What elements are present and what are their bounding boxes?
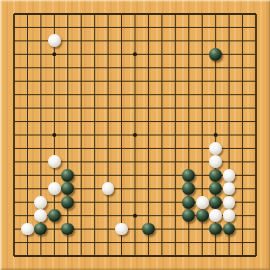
intersection-c2-r15[interactable]: [21, 195, 34, 208]
intersection-c7-r17[interactable]: [88, 222, 101, 235]
intersection-c18-r8[interactable]: [236, 101, 249, 114]
intersection-c7-r14[interactable]: [88, 182, 101, 195]
intersection-c8-r1[interactable]: [101, 7, 114, 20]
intersection-c2-r13[interactable]: [21, 169, 34, 182]
intersection-c14-r8[interactable]: [182, 101, 195, 114]
intersection-c9-r1[interactable]: [115, 7, 128, 20]
intersection-c7-r19[interactable]: [88, 249, 101, 262]
intersection-c7-r3[interactable]: [88, 34, 101, 47]
intersection-c10-r18[interactable]: [128, 236, 141, 249]
intersection-c17-r1[interactable]: [222, 7, 235, 20]
intersection-c14-r5[interactable]: [182, 61, 195, 74]
intersection-c18-r3[interactable]: [236, 34, 249, 47]
intersection-c13-r12[interactable]: [169, 155, 182, 168]
intersection-c15-r19[interactable]: [195, 249, 208, 262]
intersection-c17-r17[interactable]: [222, 222, 235, 235]
intersection-c4-r12[interactable]: [48, 155, 61, 168]
intersection-c6-r3[interactable]: [74, 34, 87, 47]
intersection-c14-r16[interactable]: [182, 209, 195, 222]
intersection-c3-r5[interactable]: [34, 61, 47, 74]
intersection-c15-r12[interactable]: [195, 155, 208, 168]
intersection-c19-r19[interactable]: [249, 249, 262, 262]
intersection-c10-r5[interactable]: [128, 61, 141, 74]
intersection-c5-r13[interactable]: [61, 169, 74, 182]
intersection-c1-r18[interactable]: [7, 236, 20, 249]
intersection-c3-r8[interactable]: [34, 101, 47, 114]
intersection-c18-r16[interactable]: [236, 209, 249, 222]
intersection-c4-r14[interactable]: [48, 182, 61, 195]
intersection-c15-r18[interactable]: [195, 236, 208, 249]
intersection-c8-r12[interactable]: [101, 155, 114, 168]
intersection-c16-r13[interactable]: [209, 169, 222, 182]
intersection-c6-r4[interactable]: [74, 48, 87, 61]
intersection-c10-r2[interactable]: [128, 21, 141, 34]
intersection-c10-r16[interactable]: [128, 209, 141, 222]
intersection-c18-r17[interactable]: [236, 222, 249, 235]
intersection-c5-r5[interactable]: [61, 61, 74, 74]
intersection-c16-r6[interactable]: [209, 74, 222, 87]
intersection-c2-r19[interactable]: [21, 249, 34, 262]
intersection-c4-r8[interactable]: [48, 101, 61, 114]
intersection-c4-r1[interactable]: [48, 7, 61, 20]
intersection-c16-r16[interactable]: [209, 209, 222, 222]
intersection-c4-r2[interactable]: [48, 21, 61, 34]
intersection-c6-r10[interactable]: [74, 128, 87, 141]
intersection-c12-r5[interactable]: [155, 61, 168, 74]
intersection-c19-r13[interactable]: [249, 169, 262, 182]
intersection-c4-r11[interactable]: [48, 142, 61, 155]
intersection-c18-r15[interactable]: [236, 195, 249, 208]
intersection-c3-r7[interactable]: [34, 88, 47, 101]
intersection-c5-r11[interactable]: [61, 142, 74, 155]
intersection-c9-r4[interactable]: [115, 48, 128, 61]
intersection-c16-r10[interactable]: [209, 128, 222, 141]
intersection-c1-r10[interactable]: [7, 128, 20, 141]
intersection-c19-r8[interactable]: [249, 101, 262, 114]
intersection-c9-r5[interactable]: [115, 61, 128, 74]
intersection-c17-r13[interactable]: [222, 169, 235, 182]
intersection-c13-r1[interactable]: [169, 7, 182, 20]
intersection-c2-r11[interactable]: [21, 142, 34, 155]
intersection-c8-r6[interactable]: [101, 74, 114, 87]
intersection-c9-r2[interactable]: [115, 21, 128, 34]
intersection-c8-r11[interactable]: [101, 142, 114, 155]
intersection-c16-r18[interactable]: [209, 236, 222, 249]
intersection-c6-r15[interactable]: [74, 195, 87, 208]
intersection-c8-r5[interactable]: [101, 61, 114, 74]
intersection-c11-r9[interactable]: [142, 115, 155, 128]
intersection-c9-r8[interactable]: [115, 101, 128, 114]
intersection-c1-r2[interactable]: [7, 21, 20, 34]
intersection-c2-r9[interactable]: [21, 115, 34, 128]
intersection-c15-r17[interactable]: [195, 222, 208, 235]
intersection-c8-r10[interactable]: [101, 128, 114, 141]
intersection-c10-r12[interactable]: [128, 155, 141, 168]
intersection-c9-r16[interactable]: [115, 209, 128, 222]
intersection-c13-r18[interactable]: [169, 236, 182, 249]
intersection-c12-r3[interactable]: [155, 34, 168, 47]
intersection-c11-r7[interactable]: [142, 88, 155, 101]
intersection-c14-r12[interactable]: [182, 155, 195, 168]
intersection-c19-r15[interactable]: [249, 195, 262, 208]
intersection-c5-r4[interactable]: [61, 48, 74, 61]
intersection-c13-r8[interactable]: [169, 101, 182, 114]
intersection-c17-r8[interactable]: [222, 101, 235, 114]
intersection-c6-r6[interactable]: [74, 74, 87, 87]
intersection-c4-r13[interactable]: [48, 169, 61, 182]
intersection-c11-r18[interactable]: [142, 236, 155, 249]
intersection-c16-r3[interactable]: [209, 34, 222, 47]
intersection-c4-r10[interactable]: [48, 128, 61, 141]
intersection-c15-r11[interactable]: [195, 142, 208, 155]
intersection-c19-r12[interactable]: [249, 155, 262, 168]
intersection-c18-r6[interactable]: [236, 74, 249, 87]
intersection-c11-r13[interactable]: [142, 169, 155, 182]
intersection-c8-r18[interactable]: [101, 236, 114, 249]
intersection-c3-r14[interactable]: [34, 182, 47, 195]
intersection-c17-r16[interactable]: [222, 209, 235, 222]
intersection-c11-r10[interactable]: [142, 128, 155, 141]
intersection-c16-r4[interactable]: [209, 48, 222, 61]
intersection-c14-r9[interactable]: [182, 115, 195, 128]
intersection-c1-r19[interactable]: [7, 249, 20, 262]
intersection-c4-r5[interactable]: [48, 61, 61, 74]
intersection-c9-r10[interactable]: [115, 128, 128, 141]
intersection-c16-r14[interactable]: [209, 182, 222, 195]
intersection-c16-r2[interactable]: [209, 21, 222, 34]
intersection-c16-r1[interactable]: [209, 7, 222, 20]
intersection-c14-r18[interactable]: [182, 236, 195, 249]
intersection-c9-r19[interactable]: [115, 249, 128, 262]
intersection-c3-r13[interactable]: [34, 169, 47, 182]
intersection-c14-r15[interactable]: [182, 195, 195, 208]
intersection-c1-r14[interactable]: [7, 182, 20, 195]
intersection-c1-r17[interactable]: [7, 222, 20, 235]
intersection-c8-r14[interactable]: [101, 182, 114, 195]
intersection-c6-r11[interactable]: [74, 142, 87, 155]
intersection-c7-r16[interactable]: [88, 209, 101, 222]
intersection-c19-r11[interactable]: [249, 142, 262, 155]
intersection-c3-r1[interactable]: [34, 7, 47, 20]
intersection-c3-r19[interactable]: [34, 249, 47, 262]
intersection-c18-r14[interactable]: [236, 182, 249, 195]
intersection-c6-r17[interactable]: [74, 222, 87, 235]
intersection-c14-r11[interactable]: [182, 142, 195, 155]
intersection-c5-r3[interactable]: [61, 34, 74, 47]
intersection-c1-r4[interactable]: [7, 48, 20, 61]
intersection-c4-r4[interactable]: [48, 48, 61, 61]
intersection-c16-r7[interactable]: [209, 88, 222, 101]
intersection-c5-r8[interactable]: [61, 101, 74, 114]
intersection-c2-r2[interactable]: [21, 21, 34, 34]
intersection-c6-r8[interactable]: [74, 101, 87, 114]
intersection-c5-r10[interactable]: [61, 128, 74, 141]
intersection-c6-r12[interactable]: [74, 155, 87, 168]
intersection-c11-r4[interactable]: [142, 48, 155, 61]
intersection-c7-r15[interactable]: [88, 195, 101, 208]
intersection-c13-r14[interactable]: [169, 182, 182, 195]
intersection-c3-r3[interactable]: [34, 34, 47, 47]
intersection-c5-r17[interactable]: [61, 222, 74, 235]
intersection-c9-r12[interactable]: [115, 155, 128, 168]
intersection-c12-r11[interactable]: [155, 142, 168, 155]
intersection-c8-r19[interactable]: [101, 249, 114, 262]
intersection-c18-r10[interactable]: [236, 128, 249, 141]
intersection-c3-r11[interactable]: [34, 142, 47, 155]
intersection-c10-r6[interactable]: [128, 74, 141, 87]
intersection-c7-r11[interactable]: [88, 142, 101, 155]
intersection-c13-r9[interactable]: [169, 115, 182, 128]
intersection-c2-r12[interactable]: [21, 155, 34, 168]
intersection-c10-r11[interactable]: [128, 142, 141, 155]
intersection-c6-r18[interactable]: [74, 236, 87, 249]
intersection-c19-r2[interactable]: [249, 21, 262, 34]
intersection-c16-r19[interactable]: [209, 249, 222, 262]
intersection-c9-r18[interactable]: [115, 236, 128, 249]
intersection-c19-r17[interactable]: [249, 222, 262, 235]
intersection-c13-r19[interactable]: [169, 249, 182, 262]
intersection-c18-r5[interactable]: [236, 61, 249, 74]
intersection-c14-r7[interactable]: [182, 88, 195, 101]
intersection-c1-r13[interactable]: [7, 169, 20, 182]
intersection-c5-r18[interactable]: [61, 236, 74, 249]
intersection-c7-r2[interactable]: [88, 21, 101, 34]
intersection-c17-r5[interactable]: [222, 61, 235, 74]
intersection-c6-r7[interactable]: [74, 88, 87, 101]
intersection-c12-r8[interactable]: [155, 101, 168, 114]
intersection-c13-r11[interactable]: [169, 142, 182, 155]
intersection-c4-r17[interactable]: [48, 222, 61, 235]
intersection-c15-r16[interactable]: [195, 209, 208, 222]
intersection-c19-r3[interactable]: [249, 34, 262, 47]
intersection-c8-r3[interactable]: [101, 34, 114, 47]
intersection-c2-r16[interactable]: [21, 209, 34, 222]
intersection-c6-r5[interactable]: [74, 61, 87, 74]
intersection-c14-r3[interactable]: [182, 34, 195, 47]
intersection-c1-r8[interactable]: [7, 101, 20, 114]
intersection-c6-r9[interactable]: [74, 115, 87, 128]
intersection-c12-r15[interactable]: [155, 195, 168, 208]
intersection-c15-r2[interactable]: [195, 21, 208, 34]
intersection-c9-r17[interactable]: [115, 222, 128, 235]
intersection-c13-r3[interactable]: [169, 34, 182, 47]
intersection-c11-r1[interactable]: [142, 7, 155, 20]
intersection-c8-r9[interactable]: [101, 115, 114, 128]
intersection-c9-r3[interactable]: [115, 34, 128, 47]
intersection-c12-r17[interactable]: [155, 222, 168, 235]
intersection-c6-r14[interactable]: [74, 182, 87, 195]
intersection-c7-r7[interactable]: [88, 88, 101, 101]
intersection-c7-r1[interactable]: [88, 7, 101, 20]
intersection-c12-r18[interactable]: [155, 236, 168, 249]
intersection-c19-r9[interactable]: [249, 115, 262, 128]
intersection-c3-r17[interactable]: [34, 222, 47, 235]
intersection-c17-r9[interactable]: [222, 115, 235, 128]
intersection-c19-r5[interactable]: [249, 61, 262, 74]
intersection-c16-r15[interactable]: [209, 195, 222, 208]
intersection-c1-r5[interactable]: [7, 61, 20, 74]
intersection-c13-r13[interactable]: [169, 169, 182, 182]
intersection-c15-r15[interactable]: [195, 195, 208, 208]
intersection-c18-r9[interactable]: [236, 115, 249, 128]
intersection-c9-r13[interactable]: [115, 169, 128, 182]
intersection-c15-r3[interactable]: [195, 34, 208, 47]
intersection-c6-r19[interactable]: [74, 249, 87, 262]
intersection-c7-r10[interactable]: [88, 128, 101, 141]
intersection-c19-r4[interactable]: [249, 48, 262, 61]
intersection-c15-r7[interactable]: [195, 88, 208, 101]
intersection-c1-r9[interactable]: [7, 115, 20, 128]
intersection-c1-r12[interactable]: [7, 155, 20, 168]
intersection-c10-r14[interactable]: [128, 182, 141, 195]
intersection-c1-r11[interactable]: [7, 142, 20, 155]
intersection-c3-r10[interactable]: [34, 128, 47, 141]
intersection-c14-r2[interactable]: [182, 21, 195, 34]
intersection-c8-r4[interactable]: [101, 48, 114, 61]
intersection-c18-r19[interactable]: [236, 249, 249, 262]
intersection-c15-r9[interactable]: [195, 115, 208, 128]
intersection-c3-r4[interactable]: [34, 48, 47, 61]
intersection-c10-r1[interactable]: [128, 7, 141, 20]
intersection-c11-r19[interactable]: [142, 249, 155, 262]
intersection-c3-r6[interactable]: [34, 74, 47, 87]
intersection-c2-r1[interactable]: [21, 7, 34, 20]
intersection-c17-r4[interactable]: [222, 48, 235, 61]
intersection-c17-r15[interactable]: [222, 195, 235, 208]
intersection-c6-r16[interactable]: [74, 209, 87, 222]
intersection-c2-r18[interactable]: [21, 236, 34, 249]
intersection-c4-r7[interactable]: [48, 88, 61, 101]
intersection-c7-r4[interactable]: [88, 48, 101, 61]
intersection-c8-r2[interactable]: [101, 21, 114, 34]
intersection-c3-r16[interactable]: [34, 209, 47, 222]
intersection-c18-r12[interactable]: [236, 155, 249, 168]
intersection-c11-r16[interactable]: [142, 209, 155, 222]
intersection-c9-r7[interactable]: [115, 88, 128, 101]
intersection-c1-r6[interactable]: [7, 74, 20, 87]
intersection-c1-r7[interactable]: [7, 88, 20, 101]
intersection-c5-r6[interactable]: [61, 74, 74, 87]
intersection-c9-r11[interactable]: [115, 142, 128, 155]
intersection-c14-r1[interactable]: [182, 7, 195, 20]
intersection-c12-r10[interactable]: [155, 128, 168, 141]
intersection-c17-r3[interactable]: [222, 34, 235, 47]
intersection-c17-r11[interactable]: [222, 142, 235, 155]
intersection-c17-r2[interactable]: [222, 21, 235, 34]
intersection-c14-r10[interactable]: [182, 128, 195, 141]
intersection-c5-r12[interactable]: [61, 155, 74, 168]
intersection-c16-r17[interactable]: [209, 222, 222, 235]
intersection-c10-r10[interactable]: [128, 128, 141, 141]
intersection-c19-r10[interactable]: [249, 128, 262, 141]
intersection-c11-r17[interactable]: [142, 222, 155, 235]
intersection-c2-r14[interactable]: [21, 182, 34, 195]
intersection-c15-r1[interactable]: [195, 7, 208, 20]
intersection-c11-r11[interactable]: [142, 142, 155, 155]
intersection-c11-r15[interactable]: [142, 195, 155, 208]
intersection-c6-r13[interactable]: [74, 169, 87, 182]
intersection-c12-r6[interactable]: [155, 74, 168, 87]
intersection-c17-r7[interactable]: [222, 88, 235, 101]
intersection-c17-r18[interactable]: [222, 236, 235, 249]
intersection-c13-r6[interactable]: [169, 74, 182, 87]
intersection-c17-r6[interactable]: [222, 74, 235, 87]
intersection-c15-r10[interactable]: [195, 128, 208, 141]
intersection-c3-r2[interactable]: [34, 21, 47, 34]
intersection-c17-r10[interactable]: [222, 128, 235, 141]
intersection-c16-r8[interactable]: [209, 101, 222, 114]
intersection-c9-r14[interactable]: [115, 182, 128, 195]
intersection-c16-r12[interactable]: [209, 155, 222, 168]
intersection-c8-r17[interactable]: [101, 222, 114, 235]
intersection-c18-r11[interactable]: [236, 142, 249, 155]
intersection-c19-r7[interactable]: [249, 88, 262, 101]
intersection-c15-r8[interactable]: [195, 101, 208, 114]
intersection-c14-r19[interactable]: [182, 249, 195, 262]
intersection-c6-r2[interactable]: [74, 21, 87, 34]
intersection-c10-r9[interactable]: [128, 115, 141, 128]
intersection-c9-r15[interactable]: [115, 195, 128, 208]
intersection-c18-r7[interactable]: [236, 88, 249, 101]
intersection-c18-r4[interactable]: [236, 48, 249, 61]
intersection-c11-r12[interactable]: [142, 155, 155, 168]
intersection-c8-r15[interactable]: [101, 195, 114, 208]
intersection-c3-r18[interactable]: [34, 236, 47, 249]
intersection-c19-r14[interactable]: [249, 182, 262, 195]
intersection-c2-r4[interactable]: [21, 48, 34, 61]
intersection-c2-r5[interactable]: [21, 61, 34, 74]
intersection-c13-r5[interactable]: [169, 61, 182, 74]
intersection-c12-r16[interactable]: [155, 209, 168, 222]
intersection-c4-r9[interactable]: [48, 115, 61, 128]
intersection-c13-r15[interactable]: [169, 195, 182, 208]
intersection-c5-r15[interactable]: [61, 195, 74, 208]
intersection-c8-r13[interactable]: [101, 169, 114, 182]
intersection-c7-r8[interactable]: [88, 101, 101, 114]
intersection-c2-r8[interactable]: [21, 101, 34, 114]
intersection-c11-r14[interactable]: [142, 182, 155, 195]
intersection-c4-r15[interactable]: [48, 195, 61, 208]
intersection-c13-r2[interactable]: [169, 21, 182, 34]
intersection-c3-r15[interactable]: [34, 195, 47, 208]
intersection-c12-r13[interactable]: [155, 169, 168, 182]
intersection-c17-r14[interactable]: [222, 182, 235, 195]
intersection-c15-r5[interactable]: [195, 61, 208, 74]
intersection-c3-r12[interactable]: [34, 155, 47, 168]
intersection-c5-r2[interactable]: [61, 21, 74, 34]
intersection-c8-r8[interactable]: [101, 101, 114, 114]
intersection-c5-r1[interactable]: [61, 7, 74, 20]
intersection-c4-r6[interactable]: [48, 74, 61, 87]
intersection-c3-r9[interactable]: [34, 115, 47, 128]
intersection-c17-r12[interactable]: [222, 155, 235, 168]
intersection-c12-r19[interactable]: [155, 249, 168, 262]
intersection-c10-r13[interactable]: [128, 169, 141, 182]
intersection-c4-r3[interactable]: [48, 34, 61, 47]
intersection-c9-r9[interactable]: [115, 115, 128, 128]
intersection-c14-r13[interactable]: [182, 169, 195, 182]
intersection-c17-r19[interactable]: [222, 249, 235, 262]
intersection-c1-r3[interactable]: [7, 34, 20, 47]
intersection-c19-r1[interactable]: [249, 7, 262, 20]
intersection-c5-r7[interactable]: [61, 88, 74, 101]
intersection-c12-r7[interactable]: [155, 88, 168, 101]
intersection-c11-r2[interactable]: [142, 21, 155, 34]
intersection-c5-r14[interactable]: [61, 182, 74, 195]
intersection-c2-r7[interactable]: [21, 88, 34, 101]
intersection-c16-r9[interactable]: [209, 115, 222, 128]
intersection-c6-r1[interactable]: [74, 7, 87, 20]
